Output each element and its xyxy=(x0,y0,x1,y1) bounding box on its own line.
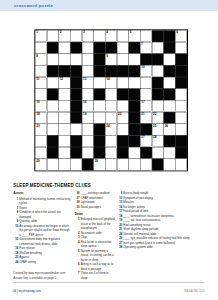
puzzle-credit: Created by www.mycrosswordmaker.com Answ… xyxy=(13,271,113,280)
clue-column-2: 26____-existing condition27CPAP attachme… xyxy=(75,191,116,280)
grid-cell[interactable] xyxy=(35,42,47,54)
grid-cell-black xyxy=(129,89,141,101)
grid-cell[interactable] xyxy=(82,124,94,136)
clue-number: 9 xyxy=(106,54,108,57)
page-footer-right: MAGAZINE 2019 xyxy=(184,289,205,292)
clue-number: 15 xyxy=(36,101,39,104)
crossword-grid[interactable]: 1234567891011121314151617181920212223242… xyxy=(35,30,187,170)
grid-cell[interactable] xyxy=(129,54,141,66)
clue-number: 2 xyxy=(60,31,62,34)
grid-cell[interactable] xyxy=(117,77,129,89)
grid-cell-black xyxy=(94,54,106,66)
grid-cell[interactable]: 29 xyxy=(35,159,47,171)
clue-item-text: Acting in such a way as to block a passa… xyxy=(81,262,116,271)
grid-cell[interactable] xyxy=(35,65,47,77)
clue-number: 12 xyxy=(60,78,63,81)
grid-cell[interactable]: 26 xyxy=(164,124,176,136)
clue-number: 30 xyxy=(95,159,98,162)
grid-cell[interactable] xyxy=(47,112,59,124)
clue-number: 22 xyxy=(153,113,156,116)
grid-cell-black xyxy=(47,147,59,159)
grid-cell-black xyxy=(140,147,152,159)
grid-cell[interactable]: 9 xyxy=(105,54,117,66)
clue-item: 1Enlarged mass of lymphoid tissue at the… xyxy=(75,217,116,230)
grid-cell[interactable]: 7 xyxy=(140,42,152,54)
grid-cell[interactable] xyxy=(175,112,187,124)
clue-number: 3 xyxy=(83,31,85,34)
clue-number: 1 xyxy=(36,31,38,34)
grid-cell-black xyxy=(175,147,187,159)
grid-cell[interactable] xyxy=(164,54,176,66)
grid-cell[interactable] xyxy=(152,65,164,77)
grid-cell[interactable] xyxy=(117,30,129,42)
grid-cell[interactable]: 17 xyxy=(140,100,152,112)
grid-cell[interactable]: 22 xyxy=(152,112,164,124)
grid-cell-black xyxy=(70,100,82,112)
grid-cell[interactable] xyxy=(175,89,187,101)
clue-number: 4 xyxy=(106,31,108,34)
grid-cell-black xyxy=(129,100,141,112)
down-header: Down xyxy=(75,212,116,216)
grid-cell[interactable]: 27 xyxy=(140,135,152,147)
clue-item: 24CPAP setting xyxy=(13,259,70,264)
clue-number: 29 xyxy=(36,159,39,162)
grid-cell[interactable] xyxy=(164,100,176,112)
grid-cell[interactable] xyxy=(59,89,71,101)
clue-number: 6 xyxy=(176,31,178,34)
clue-number: 18 xyxy=(36,113,39,116)
grid-cell-black xyxy=(164,89,176,101)
grid-cell-black xyxy=(175,77,187,89)
grid-cell-black xyxy=(70,77,82,89)
grid-cell-black xyxy=(117,147,129,159)
clue-number: 8 xyxy=(36,54,38,57)
grid-cell[interactable] xyxy=(140,159,152,171)
grid-cell[interactable] xyxy=(164,147,176,159)
clue-item: 4Risk factor in obstructive sleep apnea xyxy=(75,240,116,249)
grid-cell-black xyxy=(117,89,129,101)
grid-cell-black xyxy=(129,135,141,147)
grid-cell[interactable] xyxy=(47,159,59,171)
grid-cell[interactable]: 3 xyxy=(82,30,94,42)
grid-cell[interactable] xyxy=(47,54,59,66)
grid-cell[interactable] xyxy=(59,159,71,171)
grid-cell[interactable] xyxy=(129,159,141,171)
grid-cell[interactable] xyxy=(94,100,106,112)
clue-item-text: Risk factor in obstructive sleep apnea xyxy=(81,240,116,249)
clue-number: 28 xyxy=(153,136,156,139)
grid-cell[interactable] xyxy=(59,112,71,124)
across-header: Across xyxy=(13,191,70,196)
grid-cell-black xyxy=(129,124,141,136)
grid-cell-black xyxy=(47,65,59,77)
grid-cell-black xyxy=(164,65,176,77)
grid-cell-black xyxy=(175,135,187,147)
clue-number: 20 xyxy=(118,113,121,116)
clue-number: 13 xyxy=(83,78,86,81)
grid-cell[interactable] xyxy=(70,54,82,66)
grid-cell-black xyxy=(94,124,106,136)
clue-item-text: Enlarged mass of lymphoid tissue at the … xyxy=(81,217,116,230)
clue-item: 6Acting in such a way as to block a pass… xyxy=(75,262,116,271)
grid-cell-black xyxy=(175,54,187,66)
grid-cell[interactable]: 12 xyxy=(59,77,71,89)
clue-number: 14 xyxy=(106,78,109,81)
grid-cell[interactable]: 14 xyxy=(105,77,117,89)
grid-cell[interactable] xyxy=(164,159,176,171)
grid-cell[interactable] xyxy=(35,147,47,159)
grid-cell[interactable]: 2 xyxy=(59,30,71,42)
puzzle-credit-line2: Answer key is available on page 5. xyxy=(13,276,113,280)
clue-item: 10An airway clearance technique in which… xyxy=(13,223,70,236)
grid-cell-black xyxy=(70,112,82,124)
clue-number: 16 xyxy=(83,101,86,104)
grid-cell[interactable] xyxy=(82,89,94,101)
clue-number: 27 xyxy=(141,136,144,139)
page-footer-left: 66 | mysleepmag.com xyxy=(13,289,41,292)
grid-cell[interactable] xyxy=(94,30,106,42)
clue-number: 21 xyxy=(141,113,144,116)
grid-cell[interactable] xyxy=(152,100,164,112)
grid-cell[interactable]: 21 xyxy=(140,112,152,124)
grid-cell[interactable] xyxy=(164,77,176,89)
clue-item: 15Government body that regulates commerc… xyxy=(13,237,70,246)
grid-cell[interactable] xyxy=(117,100,129,112)
grid-cell[interactable]: 1 xyxy=(35,30,47,42)
grid-cell[interactable] xyxy=(59,124,71,136)
grid-cell[interactable] xyxy=(105,112,117,124)
grid-cell[interactable] xyxy=(59,54,71,66)
grid-cell[interactable]: 13 xyxy=(82,77,94,89)
clue-item-text: Method of monitoring human rest/activity… xyxy=(19,196,70,205)
grid-cell[interactable] xyxy=(117,159,129,171)
grid-cell[interactable]: 24 xyxy=(105,124,117,136)
grid-cell-black xyxy=(70,147,82,159)
grid-cell-black xyxy=(94,42,106,54)
grid-cell[interactable]: 8 xyxy=(35,54,47,66)
clue-item: 5System for warming a house; its setting… xyxy=(75,249,116,262)
grid-cell[interactable] xyxy=(47,30,59,42)
grid-cell-black xyxy=(152,159,164,171)
grid-cell[interactable] xyxy=(117,42,129,54)
grid-cell-black xyxy=(152,30,164,42)
clue-item-text: CPAP setting xyxy=(19,259,70,264)
grid-cell[interactable]: 10 xyxy=(140,65,152,77)
grid-cell-black xyxy=(70,89,82,101)
grid-cell[interactable] xyxy=(59,147,71,159)
grid-cell[interactable] xyxy=(105,135,117,147)
grid-cell-black xyxy=(70,65,82,77)
grid-cell-black xyxy=(140,124,152,136)
grid-cell[interactable] xyxy=(105,147,117,159)
grid-cell-black xyxy=(117,135,129,147)
across-clue-list-part2: 26____-existing condition27CPAP attachme… xyxy=(75,191,116,209)
grid-cell[interactable] xyxy=(94,77,106,89)
grid-cell[interactable] xyxy=(47,124,59,136)
clue-item-text: Nasal passages xyxy=(81,205,116,210)
grid-cell[interactable]: 20 xyxy=(117,112,129,124)
grid-cell-black xyxy=(47,42,59,54)
grid-cell[interactable]: 5 xyxy=(129,30,141,42)
grid-cell[interactable]: 6 xyxy=(175,30,187,42)
clue-item-text: Condition in which the alveoli are damag… xyxy=(19,210,70,219)
grid-cell[interactable]: 15 xyxy=(35,100,47,112)
grid-cell[interactable] xyxy=(59,42,71,54)
grid-cell-black xyxy=(152,89,164,101)
grid-cell[interactable] xyxy=(129,147,141,159)
grid-cell-black xyxy=(164,112,176,124)
grid-cell-black xyxy=(70,135,82,147)
clue-item: 30Nasal passages xyxy=(75,205,116,210)
grid-cell[interactable] xyxy=(82,42,94,54)
grid-cell[interactable] xyxy=(105,89,117,101)
clue-number: 25 xyxy=(153,124,156,127)
clue-column-3: 9Excess body weight12Symptom of narcolep… xyxy=(117,191,204,249)
clue-item: 8Condition in which the alveoli are dama… xyxy=(13,210,70,219)
clue-item-text: An airway clearance technique in which t… xyxy=(19,223,70,236)
clue-number: 23 xyxy=(36,124,39,127)
grid-cell[interactable] xyxy=(105,159,117,171)
clue-item-text: Government body that regulates commercia… xyxy=(19,237,70,246)
grid-cell[interactable]: 16 xyxy=(82,100,94,112)
page-header-bar: crossword puzzle xyxy=(0,0,218,11)
grid-cell-black xyxy=(82,159,94,171)
clue-number: 19 xyxy=(83,113,86,116)
grid-cell[interactable] xyxy=(82,65,94,77)
clue-number: 24 xyxy=(106,124,109,127)
grid-cell-black xyxy=(129,112,141,124)
grid-cell[interactable] xyxy=(70,30,82,42)
clue-number: 26 xyxy=(165,124,168,127)
grid-cell[interactable] xyxy=(117,54,129,66)
grid-cell[interactable]: 30 xyxy=(94,159,106,171)
grid-cell[interactable]: 18 xyxy=(35,112,47,124)
grid-cell-black xyxy=(129,42,141,54)
grid-cell-black xyxy=(152,54,164,66)
grid-cell[interactable] xyxy=(70,124,82,136)
grid-cell-black xyxy=(140,54,152,66)
grid-cell[interactable] xyxy=(129,77,141,89)
grid-cell[interactable]: 28 xyxy=(152,135,164,147)
grid-cell[interactable] xyxy=(70,159,82,171)
grid-cell-black xyxy=(94,65,106,77)
grid-cell[interactable] xyxy=(82,147,94,159)
magazine-page: crossword puzzle 12345678910111213141516… xyxy=(0,0,218,300)
grid-cell[interactable] xyxy=(35,135,47,147)
grid-cell[interactable] xyxy=(140,77,152,89)
clue-item-text: Operating system, abbr. xyxy=(123,245,204,249)
grid-cell-black xyxy=(70,42,82,54)
grid-cell-black xyxy=(94,89,106,101)
clue-number: 7 xyxy=(141,43,143,46)
grid-cell-black xyxy=(175,65,187,77)
grid-cell[interactable] xyxy=(47,77,59,89)
clue-number: 17 xyxy=(141,101,144,104)
grid-cell[interactable] xyxy=(35,89,47,101)
grid-cell[interactable] xyxy=(59,135,71,147)
grid-cell[interactable] xyxy=(59,100,71,112)
clue-column-1: Across 1Method of monitoring human rest/… xyxy=(13,191,70,264)
grid-cell[interactable] xyxy=(175,42,187,54)
clue-item: 28Operating system, abbr. xyxy=(117,245,204,249)
grid-cell[interactable] xyxy=(152,42,164,54)
across-clue-list-part1: 1Method of monitoring human rest/activit… xyxy=(13,196,70,263)
page-header-label: crossword puzzle xyxy=(14,3,53,8)
grid-cell-black xyxy=(164,30,176,42)
grid-cell[interactable] xyxy=(175,159,187,171)
grid-cell-black xyxy=(152,77,164,89)
clue-item-text: System for warming a house; its setting … xyxy=(81,249,116,262)
grid-cell-black xyxy=(105,65,117,77)
grid-cell-black xyxy=(94,135,106,147)
grid-cell[interactable]: 19 xyxy=(82,112,94,124)
grid-cell[interactable] xyxy=(82,135,94,147)
grid-cell-black xyxy=(47,135,59,147)
grid-cell[interactable] xyxy=(140,30,152,42)
grid-cell[interactable] xyxy=(47,100,59,112)
grid-cell-black xyxy=(129,65,141,77)
grid-cell[interactable] xyxy=(82,54,94,66)
grid-cell[interactable]: 25 xyxy=(152,124,164,136)
clue-number: 10 xyxy=(141,66,144,69)
grid-cell[interactable] xyxy=(140,89,152,101)
down-clue-list-part2: 9Excess body weight12Symptom of narcolep… xyxy=(117,191,204,249)
grid-cell-black xyxy=(47,89,59,101)
grid-cell[interactable] xyxy=(94,112,106,124)
grid-cell[interactable]: 23 xyxy=(35,124,47,136)
clue-number: 5 xyxy=(130,31,132,34)
grid-cell-black xyxy=(105,42,117,54)
grid-cell[interactable]: 4 xyxy=(105,30,117,42)
grid-cell-black xyxy=(117,65,129,77)
grid-cell-black xyxy=(59,65,71,77)
clues-title: SLEEP MEDICINE-THEMED CLUES xyxy=(13,183,91,188)
grid-cell-black xyxy=(164,135,176,147)
grid-cell-black xyxy=(164,42,176,54)
clue-item: 1Method of monitoring human rest/activit… xyxy=(13,196,70,205)
grid-cell-black xyxy=(94,147,106,159)
grid-cell[interactable] xyxy=(117,124,129,136)
grid-cell[interactable] xyxy=(105,100,117,112)
grid-cell[interactable] xyxy=(175,124,187,136)
grid-cell[interactable] xyxy=(152,147,164,159)
crossword-grid-frame: 1234567891011121314151617181920212223242… xyxy=(34,29,188,171)
clue-number: 11 xyxy=(36,78,39,81)
grid-cell[interactable] xyxy=(175,100,187,112)
page: crossword puzzle 12345678910111213141516… xyxy=(0,0,218,300)
grid-cell[interactable]: 11 xyxy=(35,77,47,89)
